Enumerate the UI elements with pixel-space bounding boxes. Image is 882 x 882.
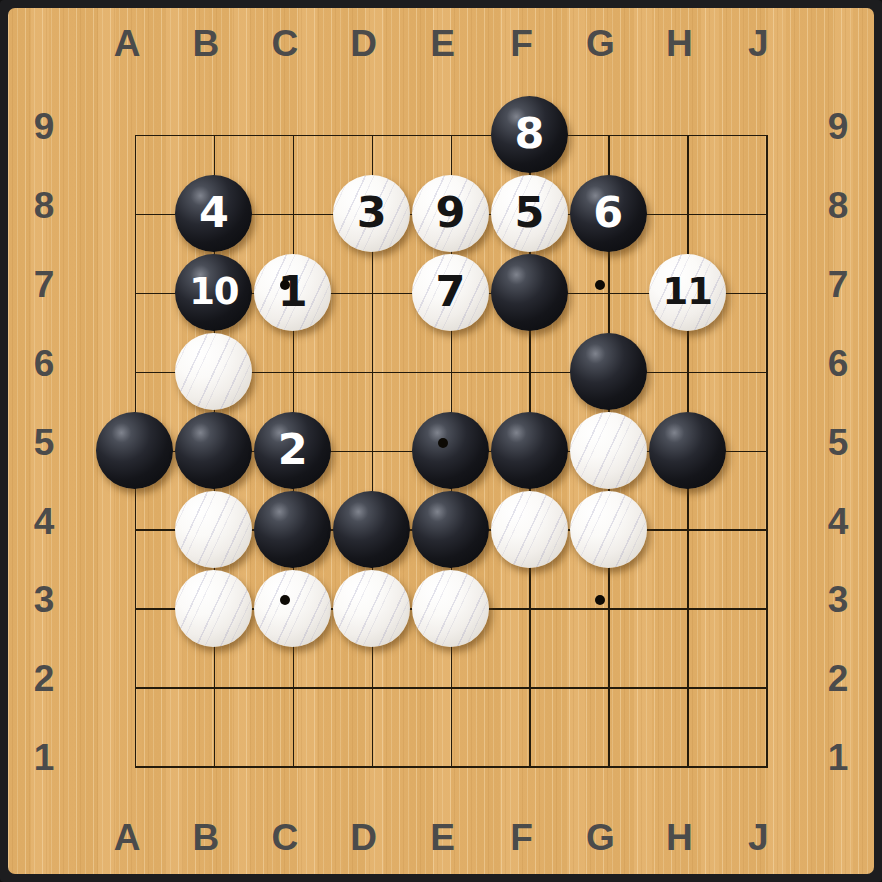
row-label-3: 3 bbox=[34, 579, 55, 621]
column-label-J: J bbox=[748, 23, 769, 65]
row-label-7: 7 bbox=[828, 264, 849, 306]
stone-white-E7: 7 bbox=[412, 254, 489, 331]
row-label-3: 3 bbox=[828, 579, 849, 621]
column-label-F: F bbox=[510, 23, 533, 65]
move-number-5: 5 bbox=[514, 191, 544, 236]
stone-black-B7: 10 bbox=[175, 254, 252, 331]
stone-black-G8: 6 bbox=[570, 175, 647, 252]
move-number-3: 3 bbox=[357, 191, 387, 236]
row-label-4: 4 bbox=[828, 501, 849, 543]
column-label-A: A bbox=[114, 817, 141, 859]
column-label-H: H bbox=[666, 817, 693, 859]
row-label-4: 4 bbox=[34, 501, 55, 543]
stone-black-B5 bbox=[175, 412, 252, 489]
column-label-D: D bbox=[350, 23, 377, 65]
move-number-10: 10 bbox=[189, 273, 239, 312]
row-label-8: 8 bbox=[34, 185, 55, 227]
stone-white-C7: 1 bbox=[254, 254, 331, 331]
row-label-1: 1 bbox=[828, 737, 849, 779]
stone-white-C3 bbox=[254, 570, 331, 647]
go-board-diagram: 8439561017112 AABBCCDDEEFFGGHHJJ99887766… bbox=[0, 0, 882, 882]
stone-white-G4 bbox=[570, 491, 647, 568]
column-label-E: E bbox=[430, 23, 455, 65]
stone-white-D8: 3 bbox=[333, 175, 410, 252]
move-number-6: 6 bbox=[593, 191, 623, 236]
stone-white-B3 bbox=[175, 570, 252, 647]
column-label-E: E bbox=[430, 817, 455, 859]
column-label-A: A bbox=[114, 23, 141, 65]
stone-white-B6 bbox=[175, 333, 252, 410]
column-label-G: G bbox=[586, 817, 615, 859]
row-label-9: 9 bbox=[34, 106, 55, 148]
row-label-5: 5 bbox=[828, 422, 849, 464]
row-label-6: 6 bbox=[828, 343, 849, 385]
star-point-G3 bbox=[595, 595, 605, 605]
row-label-5: 5 bbox=[34, 422, 55, 464]
stone-black-E5 bbox=[412, 412, 489, 489]
stone-white-B4 bbox=[175, 491, 252, 568]
stone-black-H5 bbox=[649, 412, 726, 489]
stone-black-A5 bbox=[96, 412, 173, 489]
stone-white-F4 bbox=[491, 491, 568, 568]
move-number-8: 8 bbox=[514, 112, 544, 157]
star-point-C7 bbox=[280, 280, 290, 290]
star-point-C3 bbox=[280, 595, 290, 605]
move-number-9: 9 bbox=[436, 191, 466, 236]
stone-black-C5: 2 bbox=[254, 412, 331, 489]
column-label-B: B bbox=[193, 23, 220, 65]
stone-white-E3 bbox=[412, 570, 489, 647]
row-label-2: 2 bbox=[34, 658, 55, 700]
column-label-J: J bbox=[748, 817, 769, 859]
row-label-9: 9 bbox=[828, 106, 849, 148]
stone-white-G5 bbox=[570, 412, 647, 489]
row-label-8: 8 bbox=[828, 185, 849, 227]
star-point-E5 bbox=[438, 438, 448, 448]
stones-layer[interactable]: 8439561017112 bbox=[96, 96, 806, 806]
stone-black-F5 bbox=[491, 412, 568, 489]
stone-black-F9: 8 bbox=[491, 96, 568, 173]
star-point-G7 bbox=[595, 280, 605, 290]
move-number-4: 4 bbox=[199, 191, 229, 236]
row-label-1: 1 bbox=[34, 737, 55, 779]
stone-black-G6 bbox=[570, 333, 647, 410]
column-label-B: B bbox=[193, 817, 220, 859]
move-number-1: 1 bbox=[278, 270, 308, 315]
move-number-11: 11 bbox=[662, 273, 712, 312]
row-label-6: 6 bbox=[34, 343, 55, 385]
stone-white-H7: 11 bbox=[649, 254, 726, 331]
stone-white-F8: 5 bbox=[491, 175, 568, 252]
board-surface[interactable]: 8439561017112 AABBCCDDEEFFGGHHJJ99887766… bbox=[8, 8, 874, 874]
stone-black-E4 bbox=[412, 491, 489, 568]
stone-black-C4 bbox=[254, 491, 331, 568]
column-label-F: F bbox=[510, 817, 533, 859]
column-label-G: G bbox=[586, 23, 615, 65]
stone-black-D4 bbox=[333, 491, 410, 568]
stone-black-F7 bbox=[491, 254, 568, 331]
column-label-H: H bbox=[666, 23, 693, 65]
stone-white-D3 bbox=[333, 570, 410, 647]
stone-black-B8: 4 bbox=[175, 175, 252, 252]
column-label-C: C bbox=[271, 23, 298, 65]
row-label-7: 7 bbox=[34, 264, 55, 306]
row-label-2: 2 bbox=[828, 658, 849, 700]
move-number-7: 7 bbox=[436, 270, 466, 315]
stone-white-E8: 9 bbox=[412, 175, 489, 252]
column-label-D: D bbox=[350, 817, 377, 859]
move-number-2: 2 bbox=[278, 428, 308, 473]
column-label-C: C bbox=[271, 817, 298, 859]
